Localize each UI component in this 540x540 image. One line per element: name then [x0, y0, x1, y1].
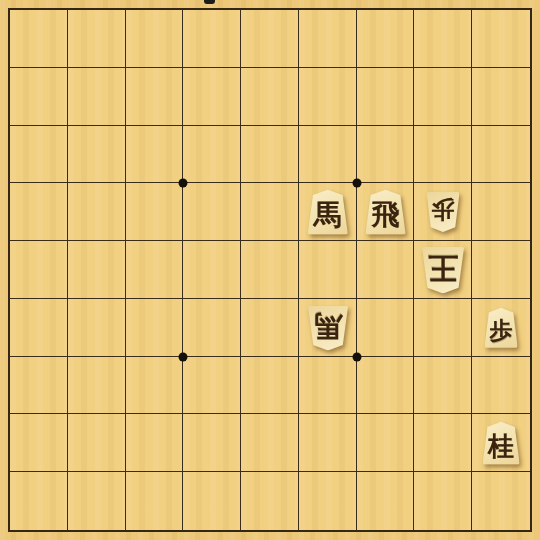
- sente-knight[interactable]: 桂: [483, 422, 520, 465]
- cell-6-5[interactable]: [183, 241, 241, 299]
- cell-3-1[interactable]: [357, 10, 415, 68]
- cell-5-2[interactable]: [241, 68, 299, 126]
- cell-1-1[interactable]: [472, 10, 530, 68]
- koma-body: 桂: [483, 422, 520, 465]
- cell-1-3[interactable]: [472, 126, 530, 184]
- koma-kanji: 歩: [432, 198, 455, 221]
- cell-4-9[interactable]: [299, 472, 357, 530]
- cell-4-8[interactable]: [299, 414, 357, 472]
- top-edge-artifact: [204, 0, 215, 4]
- cell-4-3[interactable]: [299, 126, 357, 184]
- cell-5-4[interactable]: [241, 183, 299, 241]
- cell-6-7[interactable]: [183, 357, 241, 415]
- cell-6-8[interactable]: [183, 414, 241, 472]
- cell-2-3[interactable]: [414, 126, 472, 184]
- cell-5-3[interactable]: [241, 126, 299, 184]
- cell-5-5[interactable]: [241, 241, 299, 299]
- cell-5-8[interactable]: [241, 414, 299, 472]
- hoshi-dot: [179, 352, 188, 361]
- cell-2-8[interactable]: [414, 414, 472, 472]
- cell-9-2[interactable]: [10, 68, 68, 126]
- cell-8-6[interactable]: [68, 299, 126, 357]
- sente-promoted-bishop[interactable]: 馬: [308, 190, 348, 235]
- cell-4-2[interactable]: [299, 68, 357, 126]
- koma-kanji: 馬: [314, 311, 342, 339]
- koma-kanji: 桂: [488, 433, 514, 459]
- koma-body: 歩: [485, 308, 518, 348]
- cell-8-7[interactable]: [68, 357, 126, 415]
- sente-rook[interactable]: 飛: [366, 190, 406, 235]
- koma-kanji: 王: [428, 253, 458, 283]
- sente-pawn[interactable]: 歩: [485, 308, 518, 348]
- cell-1-4[interactable]: [472, 183, 530, 241]
- cell-2-7[interactable]: [414, 357, 472, 415]
- shogi-board: 馬飛歩王馬歩桂: [8, 8, 532, 532]
- cell-7-2[interactable]: [126, 68, 184, 126]
- cell-9-1[interactable]: [10, 10, 68, 68]
- cell-3-9[interactable]: [357, 472, 415, 530]
- cell-9-8[interactable]: [10, 414, 68, 472]
- koma-body: 王: [422, 247, 464, 294]
- cell-7-8[interactable]: [126, 414, 184, 472]
- cell-4-7[interactable]: [299, 357, 357, 415]
- cell-6-6[interactable]: [183, 299, 241, 357]
- gote-king[interactable]: 王: [422, 247, 464, 294]
- gote-pawn[interactable]: 歩: [427, 192, 460, 232]
- cell-3-8[interactable]: [357, 414, 415, 472]
- hoshi-dot: [179, 179, 188, 188]
- cell-9-9[interactable]: [10, 472, 68, 530]
- cell-2-9[interactable]: [414, 472, 472, 530]
- koma-kanji: 馬: [314, 201, 342, 229]
- cell-8-4[interactable]: [68, 183, 126, 241]
- cell-9-5[interactable]: [10, 241, 68, 299]
- cell-8-2[interactable]: [68, 68, 126, 126]
- hoshi-dot: [352, 179, 361, 188]
- koma-body: 馬: [308, 305, 348, 350]
- cell-6-9[interactable]: [183, 472, 241, 530]
- cell-6-2[interactable]: [183, 68, 241, 126]
- cell-1-2[interactable]: [472, 68, 530, 126]
- cell-7-7[interactable]: [126, 357, 184, 415]
- cell-8-8[interactable]: [68, 414, 126, 472]
- cell-6-4[interactable]: [183, 183, 241, 241]
- cell-6-3[interactable]: [183, 126, 241, 184]
- cell-7-1[interactable]: [126, 10, 184, 68]
- cell-1-7[interactable]: [472, 357, 530, 415]
- cell-5-9[interactable]: [241, 472, 299, 530]
- cell-8-9[interactable]: [68, 472, 126, 530]
- cell-1-9[interactable]: [472, 472, 530, 530]
- cell-9-7[interactable]: [10, 357, 68, 415]
- cell-8-5[interactable]: [68, 241, 126, 299]
- cell-8-1[interactable]: [68, 10, 126, 68]
- cell-3-2[interactable]: [357, 68, 415, 126]
- koma-kanji: 飛: [372, 201, 400, 229]
- hoshi-dot: [352, 352, 361, 361]
- cell-5-6[interactable]: [241, 299, 299, 357]
- koma-body: 馬: [308, 190, 348, 235]
- cell-3-3[interactable]: [357, 126, 415, 184]
- cell-7-9[interactable]: [126, 472, 184, 530]
- cell-7-5[interactable]: [126, 241, 184, 299]
- cell-1-5[interactable]: [472, 241, 530, 299]
- cell-3-7[interactable]: [357, 357, 415, 415]
- cell-2-6[interactable]: [414, 299, 472, 357]
- cell-2-2[interactable]: [414, 68, 472, 126]
- cell-4-5[interactable]: [299, 241, 357, 299]
- cell-7-4[interactable]: [126, 183, 184, 241]
- cell-3-6[interactable]: [357, 299, 415, 357]
- cell-6-1[interactable]: [183, 10, 241, 68]
- cell-7-6[interactable]: [126, 299, 184, 357]
- cell-8-3[interactable]: [68, 126, 126, 184]
- cell-4-1[interactable]: [299, 10, 357, 68]
- cell-2-1[interactable]: [414, 10, 472, 68]
- koma-body: 飛: [366, 190, 406, 235]
- cell-5-7[interactable]: [241, 357, 299, 415]
- cell-9-3[interactable]: [10, 126, 68, 184]
- cell-7-3[interactable]: [126, 126, 184, 184]
- koma-kanji: 歩: [490, 319, 513, 342]
- gote-promoted-bishop[interactable]: 馬: [308, 305, 348, 350]
- cell-3-5[interactable]: [357, 241, 415, 299]
- cell-9-6[interactable]: [10, 299, 68, 357]
- cell-5-1[interactable]: [241, 10, 299, 68]
- cell-9-4[interactable]: [10, 183, 68, 241]
- koma-body: 歩: [427, 192, 460, 232]
